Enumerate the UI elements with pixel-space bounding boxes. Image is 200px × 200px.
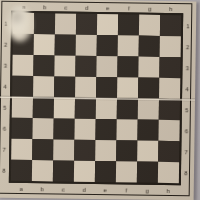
board-square[interactable] — [53, 139, 74, 160]
board-square[interactable] — [159, 57, 180, 78]
file-label-top-d: d — [76, 4, 97, 10]
board-square[interactable] — [74, 140, 95, 161]
board-square[interactable] — [137, 120, 158, 141]
piece-shadow — [9, 8, 25, 26]
file-label-top-h: h — [160, 5, 181, 11]
rank-label-left-4: 4 — [3, 76, 7, 97]
board-square[interactable] — [75, 77, 96, 98]
board-square[interactable] — [95, 140, 116, 161]
file-label-bottom-d: d — [74, 186, 95, 192]
board-square[interactable] — [32, 118, 53, 139]
board-square[interactable] — [12, 97, 33, 118]
board-square[interactable] — [159, 78, 180, 99]
rank-label-left-5: 5 — [3, 97, 7, 118]
file-label-bottom-e: e — [95, 186, 116, 192]
file-label-top-f: f — [118, 5, 139, 11]
board-square[interactable] — [160, 15, 181, 36]
board-square[interactable] — [158, 141, 179, 162]
board-square[interactable] — [117, 56, 138, 77]
board-square[interactable] — [54, 55, 75, 76]
file-label-top-b: b — [34, 4, 55, 10]
rank-label-right-7: 7 — [184, 141, 188, 162]
files-bottom: abcdefgh — [11, 184, 179, 195]
board-square[interactable] — [160, 36, 181, 57]
board-square[interactable] — [76, 14, 97, 35]
board-square[interactable] — [75, 56, 96, 77]
board-square[interactable] — [34, 13, 55, 34]
rank-label-right-8: 8 — [184, 162, 188, 183]
squares-area — [9, 11, 183, 185]
rank-label-left-6: 6 — [3, 118, 7, 139]
board-square[interactable] — [11, 160, 32, 181]
ranks-right: 12345678 — [182, 15, 192, 183]
board-square[interactable] — [54, 76, 75, 97]
file-label-bottom-b: b — [32, 186, 53, 192]
board-square[interactable] — [33, 76, 54, 97]
board-square[interactable] — [75, 98, 96, 119]
file-label-top-c: c — [55, 4, 76, 10]
board-square[interactable] — [33, 55, 54, 76]
board-square[interactable] — [96, 98, 117, 119]
board-square[interactable] — [97, 14, 118, 35]
file-label-top-e: e — [97, 5, 118, 11]
board-square[interactable] — [33, 97, 54, 118]
board-square[interactable] — [76, 35, 97, 56]
board-square[interactable] — [32, 160, 53, 181]
board-square[interactable] — [137, 141, 158, 162]
board-square[interactable] — [139, 36, 160, 57]
white-piece-blurred[interactable] — [7, 6, 32, 42]
board-square[interactable] — [118, 14, 139, 35]
rank-label-left-2: 2 — [4, 34, 8, 55]
board-square[interactable] — [137, 162, 158, 183]
board-square[interactable] — [117, 98, 138, 119]
rank-label-right-1: 1 — [186, 15, 190, 36]
file-label-bottom-c: c — [53, 186, 74, 192]
board-square[interactable] — [12, 76, 33, 97]
file-label-top-g: g — [139, 5, 160, 11]
board-square[interactable] — [116, 161, 137, 182]
board-square[interactable] — [96, 77, 117, 98]
board-grid — [11, 13, 181, 183]
file-label-bottom-f: f — [116, 187, 137, 193]
board-square[interactable] — [97, 35, 118, 56]
board-square[interactable] — [12, 55, 33, 76]
board-square[interactable] — [138, 78, 159, 99]
board-square[interactable] — [95, 161, 116, 182]
rank-label-left-3: 3 — [4, 55, 8, 76]
rank-label-right-4: 4 — [185, 78, 189, 99]
board-square[interactable] — [54, 97, 75, 118]
board-photo: abcdefgh abcdefgh 12345678 12345678 — [0, 0, 200, 200]
board-square[interactable] — [159, 99, 180, 120]
board-square[interactable] — [53, 118, 74, 139]
rank-label-left-8: 8 — [2, 160, 6, 181]
board-square[interactable] — [116, 140, 137, 161]
board-square[interactable] — [74, 161, 95, 182]
file-label-bottom-a: a — [11, 185, 32, 191]
board-square[interactable] — [158, 120, 179, 141]
board-square[interactable] — [116, 119, 137, 140]
board-square[interactable] — [138, 57, 159, 78]
rank-label-right-3: 3 — [186, 57, 190, 78]
rank-label-left-7: 7 — [2, 139, 6, 160]
board-square[interactable] — [138, 99, 159, 120]
board-square[interactable] — [158, 162, 179, 183]
rank-label-right-2: 2 — [186, 36, 190, 57]
board-square[interactable] — [96, 56, 117, 77]
board-square[interactable] — [74, 119, 95, 140]
board-square[interactable] — [11, 118, 32, 139]
board-square[interactable] — [11, 139, 32, 160]
file-label-bottom-g: g — [137, 187, 158, 193]
file-label-bottom-h: h — [158, 187, 179, 193]
board-square[interactable] — [118, 35, 139, 56]
rank-label-right-5: 5 — [185, 99, 189, 120]
board-square[interactable] — [95, 119, 116, 140]
rank-label-right-6: 6 — [185, 120, 189, 141]
board-square[interactable] — [55, 13, 76, 34]
board-square[interactable] — [55, 34, 76, 55]
board-square[interactable] — [32, 139, 53, 160]
board-square[interactable] — [34, 34, 55, 55]
board-square[interactable] — [139, 15, 160, 36]
board-square[interactable] — [117, 77, 138, 98]
board-square[interactable] — [53, 160, 74, 181]
